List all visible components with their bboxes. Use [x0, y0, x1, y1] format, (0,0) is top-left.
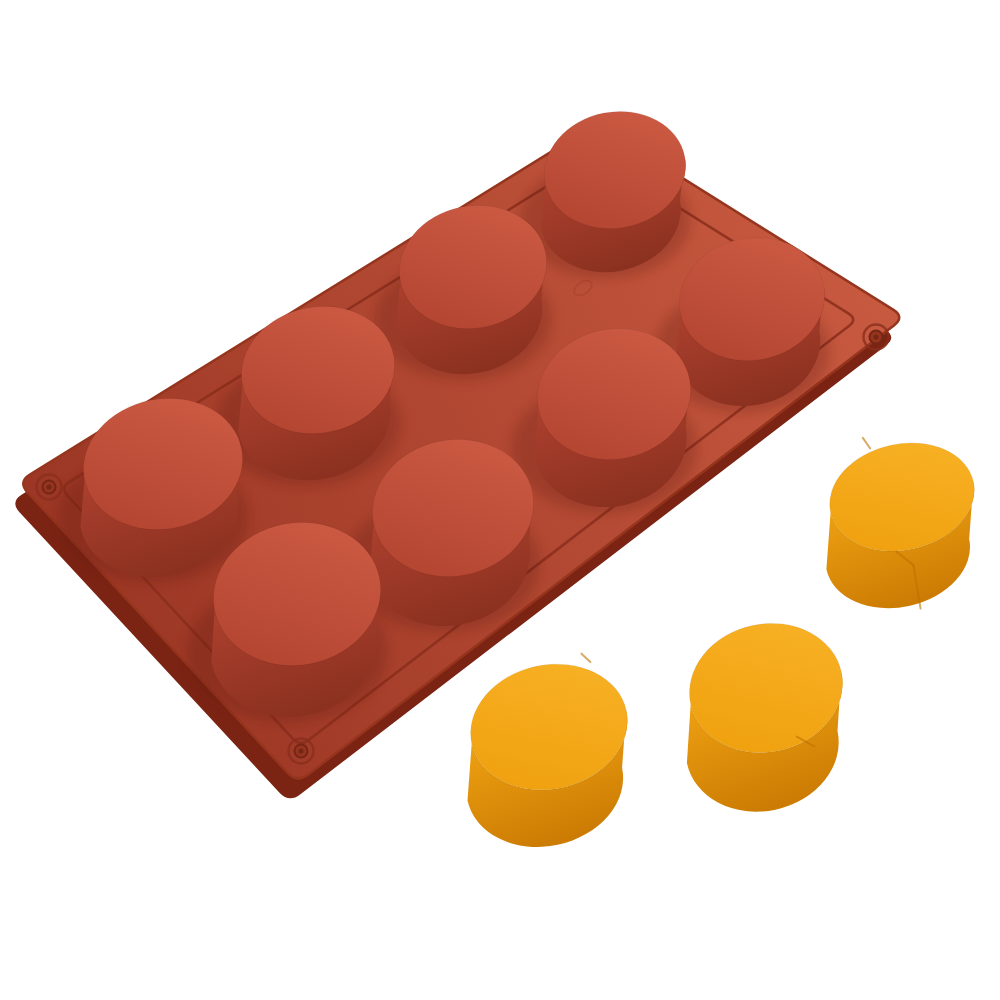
corner-hole-center	[298, 748, 303, 753]
corner-hole-center	[46, 484, 51, 489]
silicone-mold-product-photo	[0, 0, 1000, 1000]
product-photo-canvas	[0, 0, 1000, 1000]
molded-cake-2	[662, 609, 867, 825]
corner-hole-center	[873, 334, 878, 339]
molded-cake-1	[443, 647, 651, 861]
molded-cake-3	[801, 417, 997, 626]
molded-cake-1-crack	[581, 652, 590, 663]
molded-cake-3-crack	[863, 437, 870, 450]
